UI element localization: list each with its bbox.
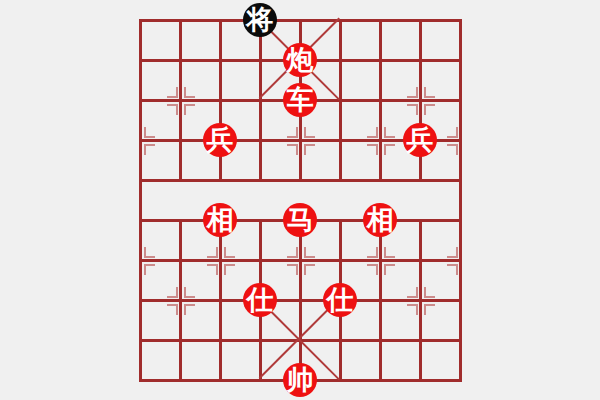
- file-line: [259, 19, 262, 182]
- board-cell[interactable]: [340, 20, 380, 60]
- point-marker: [184, 87, 195, 98]
- point-marker: [167, 104, 178, 115]
- point-marker: [144, 144, 155, 155]
- piece-red-elephant[interactable]: 相: [363, 203, 397, 237]
- point-marker: [287, 264, 298, 275]
- point-marker: [287, 247, 298, 258]
- piece-red-general[interactable]: 帅: [283, 363, 317, 397]
- piece-red-advisor[interactable]: 仕: [243, 283, 277, 317]
- point-marker: [167, 287, 178, 298]
- point-marker: [384, 127, 395, 138]
- file-line: [379, 219, 382, 382]
- board-cell[interactable]: [380, 340, 420, 380]
- file-line: [139, 19, 142, 382]
- board-cell[interactable]: [420, 340, 460, 380]
- point-marker: [407, 104, 418, 115]
- point-marker: [367, 247, 378, 258]
- point-marker: [367, 144, 378, 155]
- point-marker: [224, 264, 235, 275]
- point-marker: [447, 127, 458, 138]
- piece-red-horse[interactable]: 马: [283, 203, 317, 237]
- board-cell[interactable]: [380, 20, 420, 60]
- point-marker: [184, 104, 195, 115]
- point-marker: [207, 247, 218, 258]
- point-marker: [184, 287, 195, 298]
- point-marker: [207, 264, 218, 275]
- point-marker: [384, 264, 395, 275]
- point-marker: [424, 304, 435, 315]
- piece-red-elephant[interactable]: 相: [203, 203, 237, 237]
- board-cell[interactable]: [220, 60, 260, 100]
- point-marker: [447, 144, 458, 155]
- board-cell[interactable]: [140, 340, 180, 380]
- point-marker: [407, 287, 418, 298]
- point-marker: [287, 144, 298, 155]
- file-line: [299, 219, 302, 382]
- file-line: [339, 19, 342, 182]
- point-marker: [184, 304, 195, 315]
- board-cell[interactable]: [140, 20, 180, 60]
- file-line: [219, 219, 222, 382]
- point-marker: [304, 144, 315, 155]
- point-marker: [447, 264, 458, 275]
- piece-black-general[interactable]: 将: [243, 3, 277, 37]
- point-marker: [144, 247, 155, 258]
- piece-red-soldier[interactable]: 兵: [203, 123, 237, 157]
- file-line: [379, 19, 382, 182]
- point-marker: [167, 304, 178, 315]
- point-marker: [424, 287, 435, 298]
- xiangqi-board: 将炮车兵兵相马相仕仕帅: [140, 20, 460, 380]
- point-marker: [144, 264, 155, 275]
- piece-red-soldier[interactable]: 兵: [403, 123, 437, 157]
- point-marker: [367, 127, 378, 138]
- file-line: [179, 219, 182, 382]
- point-marker: [304, 264, 315, 275]
- piece-red-advisor[interactable]: 仕: [323, 283, 357, 317]
- point-marker: [287, 127, 298, 138]
- file-line: [459, 19, 462, 382]
- point-marker: [424, 87, 435, 98]
- board-cell[interactable]: [180, 340, 220, 380]
- point-marker: [407, 304, 418, 315]
- piece-red-chariot[interactable]: 车: [283, 83, 317, 117]
- point-marker: [384, 144, 395, 155]
- point-marker: [424, 104, 435, 115]
- board-cell[interactable]: [420, 180, 460, 220]
- stage-background: 将炮车兵兵相马相仕仕帅: [0, 0, 600, 400]
- board-cell[interactable]: [140, 180, 180, 220]
- file-line: [419, 219, 422, 382]
- file-line: [179, 19, 182, 182]
- point-marker: [167, 87, 178, 98]
- point-marker: [447, 247, 458, 258]
- point-marker: [304, 127, 315, 138]
- file-line: [419, 19, 422, 182]
- board-cell[interactable]: [420, 20, 460, 60]
- point-marker: [407, 87, 418, 98]
- board-cell[interactable]: [340, 60, 380, 100]
- board-cell[interactable]: [180, 20, 220, 60]
- board-cell[interactable]: [220, 340, 260, 380]
- point-marker: [384, 247, 395, 258]
- point-marker: [224, 247, 235, 258]
- file-line: [219, 19, 222, 182]
- point-marker: [367, 264, 378, 275]
- point-marker: [304, 247, 315, 258]
- point-marker: [144, 127, 155, 138]
- board-cell[interactable]: [340, 340, 380, 380]
- piece-red-cannon[interactable]: 炮: [283, 43, 317, 77]
